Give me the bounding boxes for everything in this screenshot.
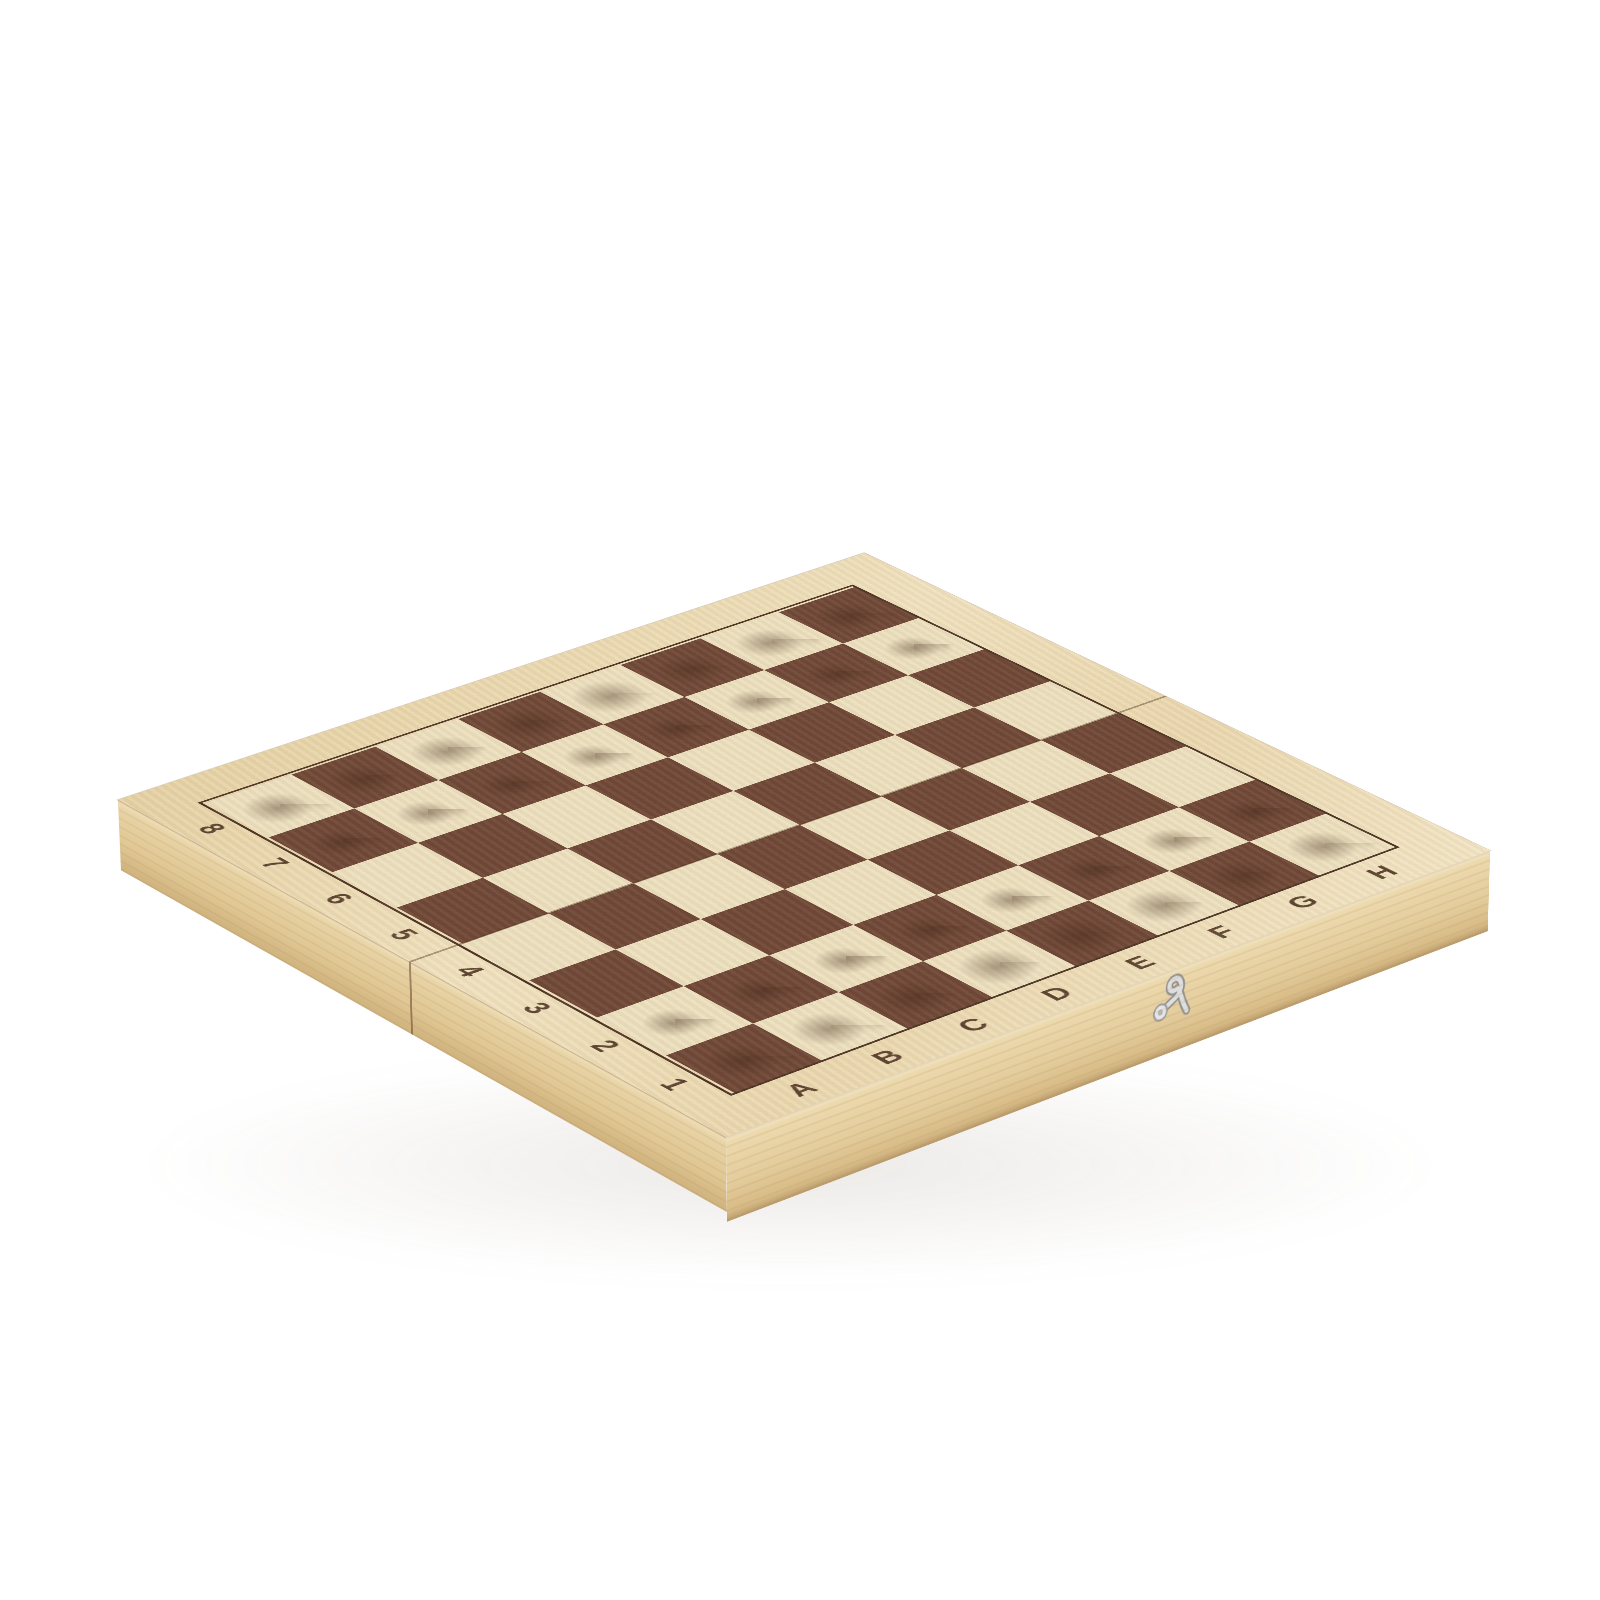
white-rook-glyph: ♜ (669, 852, 821, 1087)
rank-label-2: 2 (579, 1034, 632, 1058)
clasp-screw-icon (1153, 1002, 1167, 1024)
square-b5 (483, 848, 634, 913)
file-label-a: A (774, 1077, 828, 1101)
file-label-e: E (1114, 951, 1167, 974)
rank-label-6: 6 (313, 888, 364, 910)
file-label-f: F (1196, 921, 1248, 944)
rank-label-3: 3 (510, 996, 563, 1019)
file-label-c: C (947, 1013, 1000, 1037)
square-a4 (463, 913, 616, 980)
rank-label-8: 8 (186, 818, 237, 840)
file-label-h: H (1356, 861, 1408, 883)
file-label-g: G (1277, 891, 1329, 913)
square-a5 (397, 878, 549, 944)
rank-label-7: 7 (249, 853, 300, 875)
rank-label-4: 4 (443, 960, 495, 983)
black-pawn-glyph: ♟ (293, 699, 393, 859)
fold-seam-edge (409, 961, 413, 1035)
file-label-d: D (1031, 982, 1084, 1005)
product-photo: 12345678 ABCDEFGH ♜♞♝♛♚♝♞♜♟♟♟♟♟♟♟♟♟♟♟♟♟♟… (0, 0, 1600, 1600)
perspective-scene: 12345678 ABCDEFGH ♜♞♝♛♚♝♞♜♟♟♟♟♟♟♟♟♟♟♟♟♟♟… (0, 0, 1600, 1600)
rank-label-1: 1 (648, 1072, 702, 1096)
rank-label-5: 5 (378, 923, 430, 946)
file-label-b: B (861, 1045, 915, 1069)
